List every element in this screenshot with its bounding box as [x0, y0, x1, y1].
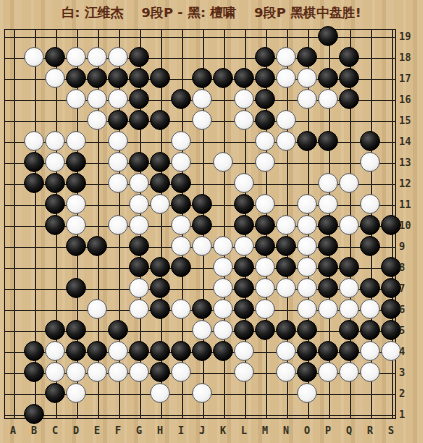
black-stone-I12 [171, 173, 191, 193]
black-stone-Q17 [339, 68, 359, 88]
white-stone-M14 [255, 131, 275, 151]
white-stone-M8 [255, 257, 275, 277]
white-stone-F14 [108, 131, 128, 151]
black-stone-P19 [318, 26, 338, 46]
black-stone-S8 [381, 257, 401, 277]
white-stone-O17 [297, 68, 317, 88]
white-stone-K9 [213, 236, 233, 256]
white-rank-black-player-label: 9段P - 黑: 檀啸 [141, 4, 236, 22]
black-stone-D9 [66, 236, 86, 256]
black-stone-P7 [318, 278, 338, 298]
white-stone-E6 [87, 299, 107, 319]
black-stone-E4 [87, 341, 107, 361]
black-stone-F15 [108, 110, 128, 130]
row-label-9: 9 [399, 236, 421, 257]
white-stone-L12 [234, 173, 254, 193]
white-stone-F13 [108, 152, 128, 172]
black-stone-G13 [129, 152, 149, 172]
white-stone-D3 [66, 362, 86, 382]
black-stone-P17 [318, 68, 338, 88]
black-stone-H4 [150, 341, 170, 361]
white-stone-R11 [360, 194, 380, 214]
row-label-1: 1 [399, 404, 421, 425]
black-stone-R10 [360, 215, 380, 235]
black-stone-O4 [297, 341, 317, 361]
black-stone-P10 [318, 215, 338, 235]
row-label-17: 17 [399, 68, 421, 89]
white-stone-Q10 [339, 215, 359, 235]
white-stone-N15 [276, 110, 296, 130]
white-stone-L9 [234, 236, 254, 256]
game-info-bar: 白: 江维杰 9段P - 黑: 檀啸 9段P 黑棋中盘胜! [0, 0, 423, 25]
white-stone-R13 [360, 152, 380, 172]
white-stone-R6 [360, 299, 380, 319]
black-stone-L7 [234, 278, 254, 298]
white-stone-E15 [87, 110, 107, 130]
white-stone-N17 [276, 68, 296, 88]
black-stone-L11 [234, 194, 254, 214]
col-label-A: A [3, 425, 24, 436]
black-stone-C2 [45, 383, 65, 403]
row-label-4: 4 [399, 341, 421, 362]
black-stone-C12 [45, 173, 65, 193]
black-stone-H3 [150, 362, 170, 382]
white-stone-D14 [66, 131, 86, 151]
col-label-F: F [108, 425, 129, 436]
black-stone-Q5 [339, 320, 359, 340]
black-stone-R14 [360, 131, 380, 151]
white-stone-P16 [318, 89, 338, 109]
white-stone-C3 [45, 362, 65, 382]
col-label-D: D [66, 425, 87, 436]
black-stone-J4 [192, 341, 212, 361]
black-stone-D4 [66, 341, 86, 361]
black-stone-I16 [171, 89, 191, 109]
white-stone-G10 [129, 215, 149, 235]
col-label-H: H [150, 425, 171, 436]
white-stone-O11 [297, 194, 317, 214]
white-stone-P11 [318, 194, 338, 214]
black-stone-S6 [381, 299, 401, 319]
white-stone-O7 [297, 278, 317, 298]
white-stone-K6 [213, 299, 233, 319]
black-stone-M17 [255, 68, 275, 88]
white-stone-O9 [297, 236, 317, 256]
black-stone-O18 [297, 47, 317, 67]
black-stone-O5 [297, 320, 317, 340]
white-stone-Q7 [339, 278, 359, 298]
black-stone-J17 [192, 68, 212, 88]
white-stone-N4 [276, 341, 296, 361]
black-stone-Q4 [339, 341, 359, 361]
black-stone-D7 [66, 278, 86, 298]
black-stone-O14 [297, 131, 317, 151]
black-stone-P14 [318, 131, 338, 151]
black-stone-Q16 [339, 89, 359, 109]
black-stone-Q8 [339, 257, 359, 277]
app-window: 白: 江维杰 9段P - 黑: 檀啸 9段P 黑棋中盘胜! ABCDEFGHIJ… [0, 0, 423, 443]
black-stone-F5 [108, 320, 128, 340]
black-stone-S10 [381, 215, 401, 235]
black-stone-L8 [234, 257, 254, 277]
black-stone-P4 [318, 341, 338, 361]
white-stone-G12 [129, 173, 149, 193]
black-stone-B4 [24, 341, 44, 361]
row-label-7: 7 [399, 278, 421, 299]
white-stone-F10 [108, 215, 128, 235]
black-stone-R9 [360, 236, 380, 256]
go-board[interactable]: ABCDEFGHIJKLMNOPQRS 19181716151413121110… [0, 25, 423, 443]
white-stone-L3 [234, 362, 254, 382]
col-label-Q: Q [339, 425, 360, 436]
white-player-label: 白: 江维杰 [62, 4, 124, 22]
black-stone-I11 [171, 194, 191, 214]
white-stone-P6 [318, 299, 338, 319]
white-stone-I10 [171, 215, 191, 235]
white-stone-F12 [108, 173, 128, 193]
black-stone-I8 [171, 257, 191, 277]
white-stone-O8 [297, 257, 317, 277]
white-stone-R4 [360, 341, 380, 361]
row-label-19: 19 [399, 26, 421, 47]
black-stone-I4 [171, 341, 191, 361]
white-stone-K5 [213, 320, 233, 340]
black-stone-D12 [66, 173, 86, 193]
black-stone-H8 [150, 257, 170, 277]
white-stone-K13 [213, 152, 233, 172]
white-stone-E16 [87, 89, 107, 109]
black-stone-B1 [24, 404, 44, 424]
black-stone-D17 [66, 68, 86, 88]
white-stone-M7 [255, 278, 275, 298]
row-label-6: 6 [399, 299, 421, 320]
black-stone-H17 [150, 68, 170, 88]
white-stone-P12 [318, 173, 338, 193]
black-stone-G8 [129, 257, 149, 277]
row-label-8: 8 [399, 257, 421, 278]
white-stone-H11 [150, 194, 170, 214]
black-stone-M9 [255, 236, 275, 256]
white-stone-J2 [192, 383, 212, 403]
white-stone-O2 [297, 383, 317, 403]
white-stone-J5 [192, 320, 212, 340]
white-stone-S4 [381, 341, 401, 361]
white-stone-D16 [66, 89, 86, 109]
white-stone-I13 [171, 152, 191, 172]
white-stone-I9 [171, 236, 191, 256]
black-stone-E9 [87, 236, 107, 256]
black-stone-L17 [234, 68, 254, 88]
black-stone-P9 [318, 236, 338, 256]
col-label-E: E [87, 425, 108, 436]
white-stone-C14 [45, 131, 65, 151]
black-stone-G4 [129, 341, 149, 361]
white-stone-K8 [213, 257, 233, 277]
white-stone-F16 [108, 89, 128, 109]
white-stone-L4 [234, 341, 254, 361]
white-stone-F18 [108, 47, 128, 67]
white-stone-J16 [192, 89, 212, 109]
white-stone-N14 [276, 131, 296, 151]
white-stone-P3 [318, 362, 338, 382]
row-label-5: 5 [399, 320, 421, 341]
row-label-14: 14 [399, 131, 421, 152]
black-stone-H12 [150, 173, 170, 193]
black-stone-S7 [381, 278, 401, 298]
black-stone-B13 [24, 152, 44, 172]
white-stone-B18 [24, 47, 44, 67]
col-label-B: B [24, 425, 45, 436]
black-stone-P8 [318, 257, 338, 277]
row-label-2: 2 [399, 383, 421, 404]
row-label-16: 16 [399, 89, 421, 110]
black-stone-M16 [255, 89, 275, 109]
black-stone-R5 [360, 320, 380, 340]
black-stone-B3 [24, 362, 44, 382]
black-stone-J10 [192, 215, 212, 235]
row-label-10: 10 [399, 215, 421, 236]
white-stone-R3 [360, 362, 380, 382]
black-stone-H7 [150, 278, 170, 298]
white-stone-O16 [297, 89, 317, 109]
black-stone-N8 [276, 257, 296, 277]
black-stone-J11 [192, 194, 212, 214]
col-label-G: G [129, 425, 150, 436]
black-stone-F17 [108, 68, 128, 88]
white-stone-I14 [171, 131, 191, 151]
col-label-C: C [45, 425, 66, 436]
black-stone-M10 [255, 215, 275, 235]
white-stone-C13 [45, 152, 65, 172]
black-stone-R7 [360, 278, 380, 298]
black-stone-K17 [213, 68, 233, 88]
white-stone-L16 [234, 89, 254, 109]
white-stone-Q6 [339, 299, 359, 319]
black-stone-C5 [45, 320, 65, 340]
white-stone-J15 [192, 110, 212, 130]
white-stone-G6 [129, 299, 149, 319]
white-stone-D11 [66, 194, 86, 214]
black-stone-L10 [234, 215, 254, 235]
white-stone-E18 [87, 47, 107, 67]
row-label-11: 11 [399, 194, 421, 215]
white-stone-C4 [45, 341, 65, 361]
black-stone-E17 [87, 68, 107, 88]
black-stone-C18 [45, 47, 65, 67]
white-stone-D10 [66, 215, 86, 235]
white-stone-E3 [87, 362, 107, 382]
col-label-I: I [171, 425, 192, 436]
col-label-M: M [255, 425, 276, 436]
white-stone-B14 [24, 131, 44, 151]
white-stone-F4 [108, 341, 128, 361]
white-stone-H2 [150, 383, 170, 403]
col-label-K: K [213, 425, 234, 436]
white-stone-K7 [213, 278, 233, 298]
white-stone-N3 [276, 362, 296, 382]
col-label-P: P [318, 425, 339, 436]
col-label-O: O [297, 425, 318, 436]
black-stone-Q18 [339, 47, 359, 67]
col-label-J: J [192, 425, 213, 436]
col-label-R: R [360, 425, 381, 436]
white-stone-N10 [276, 215, 296, 235]
black-stone-G9 [129, 236, 149, 256]
black-stone-H13 [150, 152, 170, 172]
black-stone-G18 [129, 47, 149, 67]
white-stone-G3 [129, 362, 149, 382]
white-stone-Q3 [339, 362, 359, 382]
black-rank-result-label: 9段P 黑棋中盘胜! [254, 4, 361, 22]
white-stone-N7 [276, 278, 296, 298]
black-stone-N9 [276, 236, 296, 256]
white-stone-M13 [255, 152, 275, 172]
black-stone-B12 [24, 173, 44, 193]
row-label-18: 18 [399, 47, 421, 68]
black-stone-H15 [150, 110, 170, 130]
white-stone-M6 [255, 299, 275, 319]
black-stone-G15 [129, 110, 149, 130]
col-label-S: S [381, 425, 402, 436]
black-stone-L5 [234, 320, 254, 340]
black-stone-D5 [66, 320, 86, 340]
col-label-N: N [276, 425, 297, 436]
black-stone-D13 [66, 152, 86, 172]
col-label-L: L [234, 425, 255, 436]
white-stone-Q12 [339, 173, 359, 193]
black-stone-M5 [255, 320, 275, 340]
black-stone-L6 [234, 299, 254, 319]
black-stone-G17 [129, 68, 149, 88]
white-stone-D18 [66, 47, 86, 67]
black-stone-N5 [276, 320, 296, 340]
row-label-13: 13 [399, 152, 421, 173]
white-stone-G7 [129, 278, 149, 298]
white-stone-C17 [45, 68, 65, 88]
black-stone-M18 [255, 47, 275, 67]
black-stone-J6 [192, 299, 212, 319]
black-stone-C11 [45, 194, 65, 214]
black-stone-O3 [297, 362, 317, 382]
black-stone-K4 [213, 341, 233, 361]
row-label-12: 12 [399, 173, 421, 194]
black-stone-C10 [45, 215, 65, 235]
white-stone-L15 [234, 110, 254, 130]
white-stone-N18 [276, 47, 296, 67]
white-stone-O6 [297, 299, 317, 319]
white-stone-J9 [192, 236, 212, 256]
white-stone-O10 [297, 215, 317, 235]
white-stone-M11 [255, 194, 275, 214]
white-stone-I6 [171, 299, 191, 319]
black-stone-H6 [150, 299, 170, 319]
white-stone-G11 [129, 194, 149, 214]
black-stone-G16 [129, 89, 149, 109]
row-label-15: 15 [399, 110, 421, 131]
white-stone-I3 [171, 362, 191, 382]
white-stone-F3 [108, 362, 128, 382]
black-stone-M15 [255, 110, 275, 130]
black-stone-S5 [381, 320, 401, 340]
white-stone-D2 [66, 383, 86, 403]
row-label-3: 3 [399, 362, 421, 383]
